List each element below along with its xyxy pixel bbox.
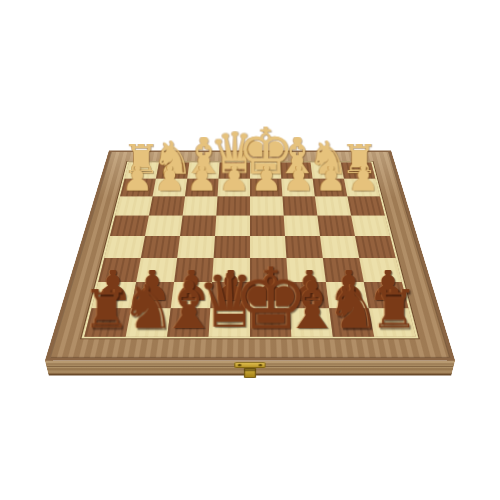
square-f3[interactable] [183, 197, 218, 216]
chess-set-photo: ♜♞♝♛♚♝♞♜♟♟♟♟♟♟♟♟♟♟♟♟♟♟♟♟♜♞♝♛♚♝♞♜ [0, 0, 500, 500]
square-c3[interactable] [282, 197, 317, 216]
square-g2[interactable]: ♟ [153, 179, 188, 197]
square-a8[interactable]: ♜ [369, 308, 416, 336]
box-front-side [45, 360, 455, 375]
square-e2[interactable]: ♟ [218, 179, 250, 197]
white-pawn[interactable]: ♟ [250, 166, 281, 193]
square-h5[interactable] [104, 236, 145, 258]
square-b2[interactable]: ♟ [313, 179, 348, 197]
square-g4[interactable] [145, 216, 183, 236]
black-rook[interactable]: ♜ [370, 289, 418, 331]
square-h8[interactable]: ♜ [84, 308, 131, 336]
square-h3[interactable] [115, 197, 152, 216]
white-pawn[interactable]: ♟ [218, 166, 249, 193]
board-inlay-border: ♜♞♝♛♚♝♞♜♟♟♟♟♟♟♟♟♟♟♟♟♟♟♟♟♜♞♝♛♚♝♞♜ [81, 161, 418, 338]
square-e4[interactable] [215, 216, 250, 236]
latch-screw-icon [238, 364, 242, 367]
square-h4[interactable] [110, 216, 149, 236]
board-squares-grid: ♜♞♝♛♚♝♞♜♟♟♟♟♟♟♟♟♟♟♟♟♟♟♟♟♜♞♝♛♚♝♞♜ [84, 162, 415, 336]
brass-latch-icon [234, 361, 266, 379]
white-pawn[interactable]: ♟ [347, 166, 378, 193]
chess-board: ♜♞♝♛♚♝♞♜♟♟♟♟♟♟♟♟♟♟♟♟♟♟♟♟♜♞♝♛♚♝♞♜ [45, 150, 455, 360]
square-c2[interactable]: ♟ [281, 179, 315, 197]
latch-screw-icon [259, 364, 263, 367]
square-b4[interactable] [317, 216, 355, 236]
latch-hook [244, 368, 256, 378]
square-d4[interactable] [250, 216, 285, 236]
square-b5[interactable] [320, 236, 359, 258]
square-a3[interactable] [347, 197, 384, 216]
square-g5[interactable] [141, 236, 180, 258]
square-d3[interactable] [250, 197, 284, 216]
white-pawn[interactable]: ♟ [154, 166, 185, 193]
square-f4[interactable] [180, 216, 216, 236]
square-a2[interactable]: ♟ [344, 179, 380, 197]
white-pawn[interactable]: ♟ [283, 166, 314, 193]
white-pawn[interactable]: ♟ [315, 166, 346, 193]
white-pawn[interactable]: ♟ [186, 166, 217, 193]
square-a4[interactable] [351, 216, 390, 236]
square-a5[interactable] [355, 236, 396, 258]
square-g3[interactable] [149, 197, 185, 216]
square-b3[interactable] [315, 197, 351, 216]
square-c4[interactable] [284, 216, 320, 236]
white-pawn[interactable]: ♟ [121, 166, 152, 193]
black-king[interactable]: ♚ [233, 266, 309, 332]
square-h2[interactable]: ♟ [120, 179, 156, 197]
square-f5[interactable] [177, 236, 215, 258]
square-f2[interactable]: ♟ [185, 179, 219, 197]
square-d8[interactable]: ♚ [250, 308, 291, 336]
square-e3[interactable] [216, 197, 250, 216]
black-rook[interactable]: ♜ [82, 289, 130, 331]
square-d2[interactable]: ♟ [250, 179, 282, 197]
